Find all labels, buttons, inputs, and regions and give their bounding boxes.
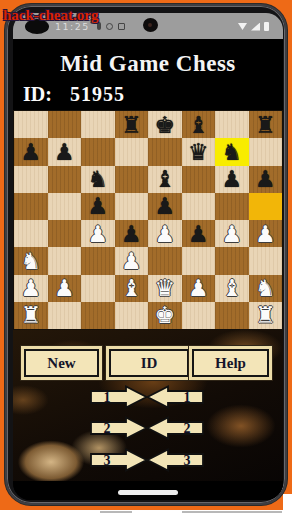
forward-3-button[interactable]: 3 bbox=[90, 448, 148, 472]
square-g8[interactable] bbox=[215, 111, 249, 138]
square-c4[interactable]: ♟ bbox=[81, 220, 115, 247]
square-a2[interactable]: ♟ bbox=[14, 275, 48, 302]
piece-white-queen: ♛ bbox=[154, 275, 175, 301]
piece-black-king: ♚ bbox=[154, 112, 175, 138]
wifi-icon bbox=[238, 23, 247, 30]
square-h8[interactable]: ♜ bbox=[249, 111, 283, 138]
square-g6[interactable]: ♟ bbox=[215, 166, 249, 193]
piece-black-pawn: ♟ bbox=[20, 139, 41, 165]
square-g1[interactable] bbox=[215, 302, 249, 329]
square-h6[interactable]: ♟ bbox=[249, 166, 283, 193]
piece-white-rook: ♜ bbox=[255, 302, 276, 328]
square-a4[interactable] bbox=[14, 220, 48, 247]
square-c3[interactable] bbox=[81, 247, 115, 274]
square-d1[interactable] bbox=[115, 302, 149, 329]
arrow-row-2: 2 2 bbox=[90, 416, 204, 440]
punch-hole-camera-icon bbox=[143, 18, 158, 32]
square-d4[interactable]: ♟ bbox=[115, 220, 149, 247]
forward-2-button[interactable]: 2 bbox=[90, 416, 148, 440]
piece-white-knight: ♞ bbox=[255, 275, 276, 301]
square-b2[interactable]: ♟ bbox=[48, 275, 82, 302]
screenshot-icon bbox=[118, 23, 125, 30]
square-h4[interactable]: ♟ bbox=[249, 220, 283, 247]
square-e5[interactable]: ♟ bbox=[148, 193, 182, 220]
square-d2[interactable]: ♝ bbox=[115, 275, 149, 302]
square-c1[interactable] bbox=[81, 302, 115, 329]
piece-black-knight: ♞ bbox=[221, 139, 242, 165]
square-a3[interactable]: ♞ bbox=[14, 247, 48, 274]
square-b6[interactable] bbox=[48, 166, 82, 193]
help-button[interactable]: Help bbox=[192, 349, 269, 377]
square-f7[interactable]: ♛ bbox=[182, 138, 216, 165]
back-3-button[interactable]: 3 bbox=[146, 448, 204, 472]
square-c2[interactable] bbox=[81, 275, 115, 302]
piece-black-pawn: ♟ bbox=[255, 166, 276, 192]
square-e6[interactable]: ♝ bbox=[148, 166, 182, 193]
square-h2[interactable]: ♞ bbox=[249, 275, 283, 302]
square-h3[interactable] bbox=[249, 247, 283, 274]
signal-icon bbox=[251, 23, 260, 31]
square-e8[interactable]: ♚ bbox=[148, 111, 182, 138]
square-d7[interactable] bbox=[115, 138, 149, 165]
forward-1-button[interactable]: 1 bbox=[90, 385, 148, 409]
square-b7[interactable]: ♟ bbox=[48, 138, 82, 165]
home-pill[interactable] bbox=[118, 490, 178, 495]
square-d3[interactable]: ♟ bbox=[115, 247, 149, 274]
piece-white-pawn: ♟ bbox=[154, 221, 175, 247]
square-f4[interactable]: ♟ bbox=[182, 220, 216, 247]
piece-black-pawn: ♟ bbox=[188, 221, 209, 247]
piece-white-rook: ♜ bbox=[20, 302, 41, 328]
svg-text:1: 1 bbox=[184, 390, 191, 405]
piece-black-pawn: ♟ bbox=[54, 139, 75, 165]
piece-white-pawn: ♟ bbox=[121, 248, 142, 274]
square-a1[interactable]: ♜ bbox=[14, 302, 48, 329]
piece-white-bishop: ♝ bbox=[221, 275, 242, 301]
game-id-label: ID: bbox=[23, 83, 52, 105]
square-a6[interactable] bbox=[14, 166, 48, 193]
piece-white-king: ♚ bbox=[154, 302, 175, 328]
square-b4[interactable] bbox=[48, 220, 82, 247]
piece-black-knight: ♞ bbox=[87, 166, 108, 192]
square-a7[interactable]: ♟ bbox=[14, 138, 48, 165]
game-id-value: 51955 bbox=[70, 83, 125, 105]
square-g4[interactable]: ♟ bbox=[215, 220, 249, 247]
square-h5[interactable] bbox=[249, 193, 283, 220]
piece-black-pawn: ♟ bbox=[221, 166, 242, 192]
piece-white-pawn: ♟ bbox=[87, 221, 108, 247]
square-e7[interactable] bbox=[148, 138, 182, 165]
clock-icon bbox=[106, 23, 113, 30]
piece-white-pawn: ♟ bbox=[20, 275, 41, 301]
square-g3[interactable] bbox=[215, 247, 249, 274]
square-e2[interactable]: ♛ bbox=[148, 275, 182, 302]
square-b1[interactable] bbox=[48, 302, 82, 329]
square-g2[interactable]: ♝ bbox=[215, 275, 249, 302]
phone-screen: 11:25 Mid Game Chess ID:51955 ♜♚♝♜♟♟♛♞♞♝… bbox=[13, 13, 283, 500]
piece-white-pawn: ♟ bbox=[221, 221, 242, 247]
square-e3[interactable] bbox=[148, 247, 182, 274]
piece-black-rook: ♜ bbox=[255, 112, 276, 138]
arrow-row-1: 1 1 bbox=[90, 385, 204, 409]
new-button[interactable]: New bbox=[24, 349, 99, 377]
page-background-corner bbox=[283, 494, 292, 510]
square-g7[interactable]: ♞ bbox=[215, 138, 249, 165]
square-c5[interactable]: ♟ bbox=[81, 193, 115, 220]
android-nav-bar bbox=[13, 481, 283, 500]
page-bottom-strip bbox=[0, 510, 292, 516]
square-f8[interactable]: ♝ bbox=[182, 111, 216, 138]
battery-icon bbox=[264, 22, 269, 31]
square-f3[interactable] bbox=[182, 247, 216, 274]
svg-text:3: 3 bbox=[184, 453, 191, 468]
piece-black-pawn: ♟ bbox=[121, 221, 142, 247]
square-g5[interactable] bbox=[215, 193, 249, 220]
phone-frame: 11:25 Mid Game Chess ID:51955 ♜♚♝♜♟♟♛♞♞♝… bbox=[5, 4, 287, 505]
piece-white-pawn: ♟ bbox=[188, 275, 209, 301]
square-d5[interactable] bbox=[115, 193, 149, 220]
square-b8[interactable] bbox=[48, 111, 82, 138]
square-h1[interactable]: ♜ bbox=[249, 302, 283, 329]
svg-text:2: 2 bbox=[104, 421, 111, 436]
back-2-button[interactable]: 2 bbox=[146, 416, 204, 440]
svg-text:2: 2 bbox=[184, 421, 191, 436]
square-f5[interactable] bbox=[182, 193, 216, 220]
watermark-text: hack-cheat.org bbox=[3, 7, 98, 24]
square-h7[interactable] bbox=[249, 138, 283, 165]
piece-white-bishop: ♝ bbox=[121, 275, 142, 301]
piece-black-queen: ♛ bbox=[188, 139, 209, 165]
button-row: New ID Help bbox=[13, 349, 283, 377]
square-e4[interactable]: ♟ bbox=[148, 220, 182, 247]
svg-text:1: 1 bbox=[104, 390, 111, 405]
status-right-icons bbox=[238, 22, 269, 31]
square-f1[interactable] bbox=[182, 302, 216, 329]
piece-black-pawn: ♟ bbox=[87, 193, 108, 219]
square-a8[interactable] bbox=[14, 111, 48, 138]
page-title: Mid Game Chess bbox=[13, 51, 283, 77]
square-d6[interactable] bbox=[115, 166, 149, 193]
square-a5[interactable] bbox=[14, 193, 48, 220]
back-1-button[interactable]: 1 bbox=[146, 385, 204, 409]
game-id-row: ID:51955 bbox=[23, 83, 283, 106]
arrow-row-3: 3 3 bbox=[90, 448, 204, 472]
status-left-icons bbox=[97, 22, 125, 30]
chess-board: ♜♚♝♜♟♟♛♞♞♝♟♟♟♟♟♟♟♟♟♟♞♟♟♟♝♛♟♝♞♜♚♜ bbox=[13, 110, 283, 330]
square-c8[interactable] bbox=[81, 111, 115, 138]
piece-black-bishop: ♝ bbox=[154, 166, 175, 192]
svg-text:3: 3 bbox=[104, 453, 111, 468]
piece-white-pawn: ♟ bbox=[54, 275, 75, 301]
square-e1[interactable]: ♚ bbox=[148, 302, 182, 329]
square-f2[interactable]: ♟ bbox=[182, 275, 216, 302]
square-f6[interactable] bbox=[182, 166, 216, 193]
square-b5[interactable] bbox=[48, 193, 82, 220]
square-c7[interactable] bbox=[81, 138, 115, 165]
id-button[interactable]: ID bbox=[109, 349, 189, 377]
piece-white-knight: ♞ bbox=[20, 248, 41, 274]
page: hack-cheat.org 11:25 Mid Game Chess bbox=[0, 0, 292, 516]
piece-black-pawn: ♟ bbox=[154, 193, 175, 219]
square-b3[interactable] bbox=[48, 247, 82, 274]
piece-black-bishop: ♝ bbox=[188, 112, 209, 138]
piece-white-pawn: ♟ bbox=[255, 221, 276, 247]
square-c6[interactable]: ♞ bbox=[81, 166, 115, 193]
piece-black-rook: ♜ bbox=[121, 112, 142, 138]
square-d8[interactable]: ♜ bbox=[115, 111, 149, 138]
